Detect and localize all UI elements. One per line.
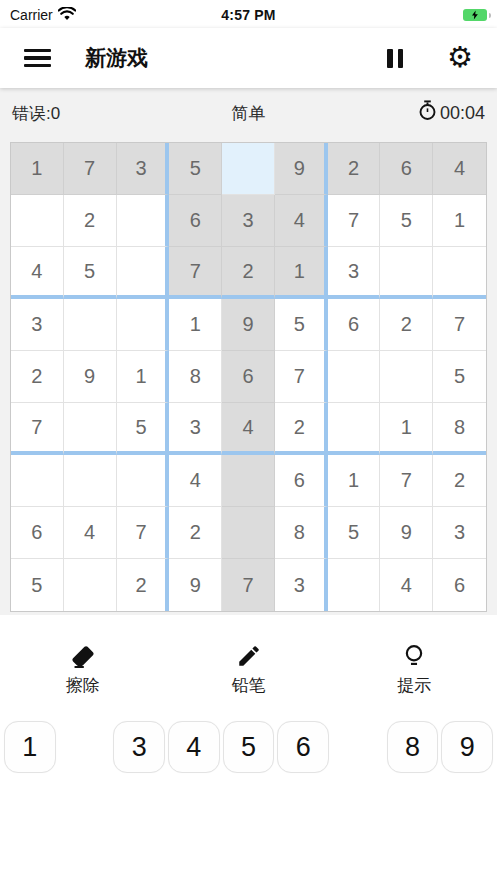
cell-r3c3[interactable] bbox=[117, 247, 170, 299]
cell-r7c3[interactable] bbox=[117, 455, 170, 507]
cell-r1c2[interactable]: 7 bbox=[64, 143, 117, 195]
nav-bar: 新游戏 ⚙ bbox=[0, 28, 497, 88]
eraser-icon bbox=[70, 643, 96, 669]
cell-r7c8[interactable]: 7 bbox=[380, 455, 433, 507]
cell-r1c1[interactable]: 1 bbox=[11, 143, 64, 195]
cell-r5c1[interactable]: 2 bbox=[11, 351, 64, 403]
cell-r1c8[interactable]: 6 bbox=[380, 143, 433, 195]
cell-r3c5[interactable]: 2 bbox=[222, 247, 275, 299]
settings-gear-icon[interactable]: ⚙ bbox=[447, 43, 473, 72]
cell-r5c5[interactable]: 6 bbox=[222, 351, 275, 403]
cell-r6c4[interactable]: 3 bbox=[169, 403, 222, 455]
cell-r4c7[interactable]: 6 bbox=[328, 299, 381, 351]
cell-r4c2[interactable] bbox=[64, 299, 117, 351]
cell-r8c2[interactable]: 4 bbox=[64, 507, 117, 559]
cell-r2c6[interactable]: 4 bbox=[275, 195, 328, 247]
cell-r9c3[interactable]: 2 bbox=[117, 559, 170, 611]
cell-r1c4[interactable]: 5 bbox=[169, 143, 222, 195]
cell-r6c3[interactable]: 5 bbox=[117, 403, 170, 455]
difficulty-label: 简单 bbox=[232, 102, 266, 125]
lightbulb-icon bbox=[401, 643, 427, 669]
stopwatch-icon bbox=[418, 100, 437, 126]
numpad-5[interactable]: 5 bbox=[223, 721, 275, 773]
cell-r6c1[interactable]: 7 bbox=[11, 403, 64, 455]
numpad-9[interactable]: 9 bbox=[441, 721, 493, 773]
pencil-icon bbox=[236, 643, 262, 669]
cell-r7c1[interactable] bbox=[11, 455, 64, 507]
numpad-3[interactable]: 3 bbox=[113, 721, 165, 773]
timer: 00:04 bbox=[418, 100, 485, 126]
cell-r9c2[interactable] bbox=[64, 559, 117, 611]
cell-r4c9[interactable]: 7 bbox=[433, 299, 486, 351]
cell-r4c8[interactable]: 2 bbox=[380, 299, 433, 351]
cell-r9c8[interactable]: 4 bbox=[380, 559, 433, 611]
pencil-label: 铅笔 bbox=[232, 674, 266, 697]
cell-r7c6[interactable]: 6 bbox=[275, 455, 328, 507]
wifi-icon bbox=[58, 7, 76, 24]
clock: 4:57 PM bbox=[221, 7, 275, 23]
cell-r8c7[interactable]: 5 bbox=[328, 507, 381, 559]
cell-r4c6[interactable]: 5 bbox=[275, 299, 328, 351]
cell-r2c7[interactable]: 7 bbox=[328, 195, 381, 247]
status-bar: Carrier 4:57 PM bbox=[0, 0, 497, 28]
pause-button[interactable] bbox=[387, 49, 403, 68]
cell-r3c6[interactable]: 1 bbox=[275, 247, 328, 299]
cell-r5c6[interactable]: 7 bbox=[275, 351, 328, 403]
cell-r4c4[interactable]: 1 bbox=[169, 299, 222, 351]
controls-section: 擦除 铅笔 提示 1345689 bbox=[0, 615, 497, 773]
number-pad: 1345689 bbox=[0, 721, 497, 773]
cell-r3c9[interactable] bbox=[433, 247, 486, 299]
cell-r5c2[interactable]: 9 bbox=[64, 351, 117, 403]
timer-value: 00:04 bbox=[440, 103, 485, 124]
cell-r8c5[interactable] bbox=[222, 507, 275, 559]
cell-r9c1[interactable]: 5 bbox=[11, 559, 64, 611]
pencil-button[interactable]: 铅笔 bbox=[166, 643, 332, 697]
cell-r5c7[interactable] bbox=[328, 351, 381, 403]
cell-r7c2[interactable] bbox=[64, 455, 117, 507]
cell-r3c4[interactable]: 7 bbox=[169, 247, 222, 299]
cell-r4c1[interactable]: 3 bbox=[11, 299, 64, 351]
info-row: 错误:0 简单 00:04 bbox=[0, 88, 497, 138]
cell-r5c3[interactable]: 1 bbox=[117, 351, 170, 403]
errors-counter: 错误:0 bbox=[12, 102, 60, 125]
cell-r1c7[interactable]: 2 bbox=[328, 143, 381, 195]
cell-r1c5[interactable] bbox=[222, 143, 275, 195]
cell-r2c2[interactable]: 2 bbox=[64, 195, 117, 247]
page-title: 新游戏 bbox=[85, 44, 148, 72]
cell-r2c3[interactable] bbox=[117, 195, 170, 247]
cell-r5c9[interactable]: 5 bbox=[433, 351, 486, 403]
cell-r1c6[interactable]: 9 bbox=[275, 143, 328, 195]
cell-r7c9[interactable]: 2 bbox=[433, 455, 486, 507]
cell-r8c1[interactable]: 6 bbox=[11, 507, 64, 559]
cell-r2c8[interactable]: 5 bbox=[380, 195, 433, 247]
cell-r4c3[interactable] bbox=[117, 299, 170, 351]
cell-r5c4[interactable]: 8 bbox=[169, 351, 222, 403]
tool-row: 擦除 铅笔 提示 bbox=[0, 643, 497, 697]
cell-r6c6[interactable]: 2 bbox=[275, 403, 328, 455]
numpad-1[interactable]: 1 bbox=[4, 721, 56, 773]
carrier-label: Carrier bbox=[10, 7, 53, 23]
cell-r3c1[interactable]: 4 bbox=[11, 247, 64, 299]
cell-r1c9[interactable]: 4 bbox=[433, 143, 486, 195]
cell-r6c9[interactable]: 8 bbox=[433, 403, 486, 455]
cell-r4c5[interactable]: 9 bbox=[222, 299, 275, 351]
cell-r3c7[interactable]: 3 bbox=[328, 247, 381, 299]
cell-r6c8[interactable]: 1 bbox=[380, 403, 433, 455]
cell-r2c9[interactable]: 1 bbox=[433, 195, 486, 247]
cell-r7c5[interactable] bbox=[222, 455, 275, 507]
cell-r9c5[interactable]: 7 bbox=[222, 559, 275, 611]
cell-r8c8[interactable]: 9 bbox=[380, 507, 433, 559]
cell-r6c7[interactable] bbox=[328, 403, 381, 455]
cell-r1c3[interactable]: 3 bbox=[117, 143, 170, 195]
game-section: 错误:0 简单 00:04 17359264263475145721331956… bbox=[0, 88, 497, 615]
cell-r3c2[interactable]: 5 bbox=[64, 247, 117, 299]
cell-r3c8[interactable] bbox=[380, 247, 433, 299]
cell-r9c6[interactable]: 3 bbox=[275, 559, 328, 611]
cell-r2c4[interactable]: 6 bbox=[169, 195, 222, 247]
cell-r6c5[interactable]: 4 bbox=[222, 403, 275, 455]
cell-r8c6[interactable]: 8 bbox=[275, 507, 328, 559]
menu-icon[interactable] bbox=[24, 49, 51, 68]
cell-r2c1[interactable] bbox=[11, 195, 64, 247]
cell-r5c8[interactable] bbox=[380, 351, 433, 403]
cell-r6c2[interactable] bbox=[64, 403, 117, 455]
cell-r7c7[interactable]: 1 bbox=[328, 455, 381, 507]
numpad-6[interactable]: 6 bbox=[277, 721, 329, 773]
cell-r9c4[interactable]: 9 bbox=[169, 559, 222, 611]
cell-r8c3[interactable]: 7 bbox=[117, 507, 170, 559]
numpad-8[interactable]: 8 bbox=[387, 721, 439, 773]
cell-r2c5[interactable]: 3 bbox=[222, 195, 275, 247]
hint-button[interactable]: 提示 bbox=[331, 643, 497, 697]
cell-r9c9[interactable]: 6 bbox=[433, 559, 486, 611]
battery-charging-icon bbox=[463, 9, 487, 21]
cell-r8c9[interactable]: 3 bbox=[433, 507, 486, 559]
sudoku-board: 1735926426347514572133195627291867575342… bbox=[10, 142, 487, 612]
cell-r8c4[interactable]: 2 bbox=[169, 507, 222, 559]
erase-label: 擦除 bbox=[66, 674, 100, 697]
numpad-4[interactable]: 4 bbox=[168, 721, 220, 773]
hint-label: 提示 bbox=[397, 674, 431, 697]
cell-r7c4[interactable]: 4 bbox=[169, 455, 222, 507]
erase-button[interactable]: 擦除 bbox=[0, 643, 166, 697]
cell-r9c7[interactable] bbox=[328, 559, 381, 611]
